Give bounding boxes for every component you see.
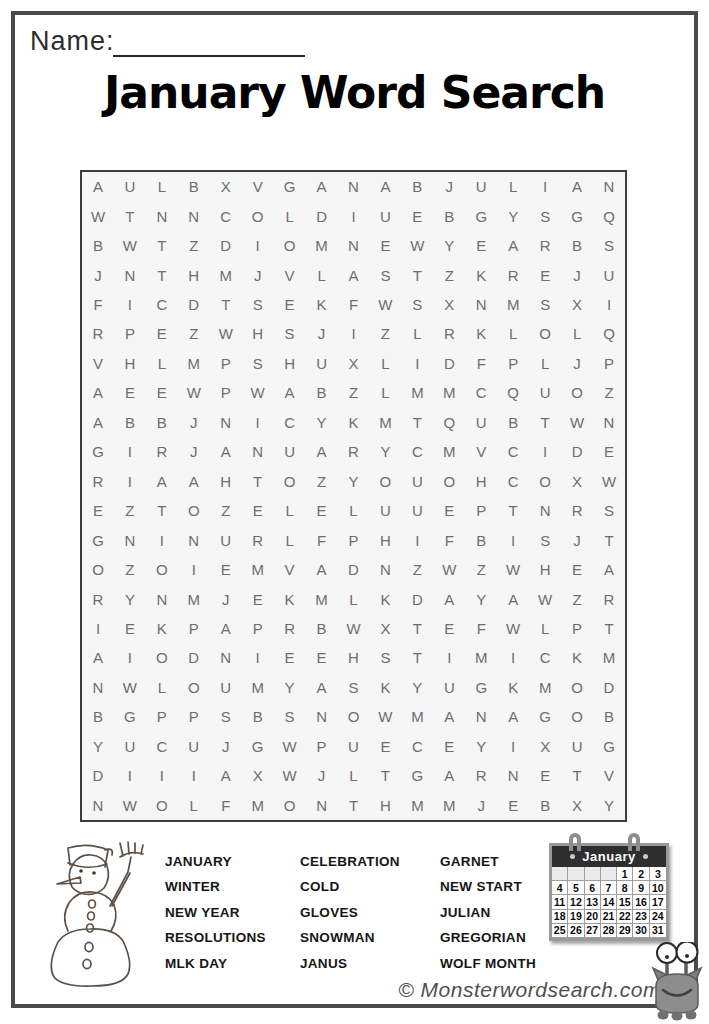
grid-cell: D [306, 201, 338, 230]
grid-cell: A [306, 172, 338, 201]
calendar-day-cell: 2 [633, 867, 649, 881]
grid-cell: S [242, 290, 274, 319]
grid-cell: E [561, 555, 593, 584]
grid-cell: I [114, 437, 146, 466]
grid-cell: M [178, 349, 210, 378]
grid-cell: L [369, 378, 401, 407]
grid-cell: W [114, 231, 146, 260]
grid-cell: N [210, 643, 242, 672]
grid-cell: W [401, 231, 433, 260]
grid-cell: G [561, 201, 593, 230]
calendar-day-cell: 28 [601, 924, 617, 938]
word-item: COLD [300, 874, 400, 899]
grid-cell: O [242, 201, 274, 230]
word-list-col-1: JANUARYWINTERNEW YEARRESOLUTIONSMLK DAY [165, 849, 266, 976]
grid-cell: W [497, 555, 529, 584]
grid-cell: V [82, 349, 114, 378]
grid-cell: B [82, 702, 114, 731]
grid-cell: S [369, 260, 401, 289]
grid-cell: X [210, 172, 242, 201]
grid-cell: H [274, 349, 306, 378]
grid-cell: H [369, 525, 401, 554]
grid-cell: E [497, 791, 529, 820]
grid-cell: M [242, 673, 274, 702]
grid-cell: X [561, 791, 593, 820]
calendar-day-cell: 19 [568, 910, 584, 924]
word-item: NEW START [440, 874, 536, 899]
calendar-day-cell: 27 [585, 924, 601, 938]
grid-cell: M [433, 791, 465, 820]
grid-cell: N [82, 673, 114, 702]
grid-cell: G [465, 673, 497, 702]
grid-cell: E [242, 496, 274, 525]
grid-cell: I [593, 290, 625, 319]
grid-cell: U [561, 732, 593, 761]
grid-cell: X [369, 614, 401, 643]
grid-cell: D [178, 643, 210, 672]
grid-cell: S [529, 290, 561, 319]
grid-cell: A [497, 584, 529, 613]
grid-cell: L [338, 761, 370, 790]
grid-cell: B [433, 201, 465, 230]
grid-cell: U [210, 525, 242, 554]
grid-cell: B [306, 378, 338, 407]
grid-cell: F [306, 525, 338, 554]
grid-cell: S [274, 702, 306, 731]
grid-cell: S [529, 201, 561, 230]
grid-cell: L [497, 319, 529, 348]
calendar-day-cell: 3 [650, 867, 666, 881]
grid-cell: W [210, 319, 242, 348]
grid-cell: N [242, 437, 274, 466]
grid-cell: N [114, 525, 146, 554]
word-item: JANUS [300, 951, 400, 976]
grid-cell: U [433, 673, 465, 702]
grid-cell: A [497, 702, 529, 731]
grid-cell: I [114, 761, 146, 790]
grid-cell: E [210, 555, 242, 584]
word-item: GLOVES [300, 900, 400, 925]
grid-cell: A [82, 172, 114, 201]
grid-cell: U [114, 732, 146, 761]
grid-cell: V [593, 761, 625, 790]
grid-cell: F [465, 614, 497, 643]
grid-cell: B [561, 231, 593, 260]
grid-cell: I [433, 643, 465, 672]
grid-cell: J [82, 260, 114, 289]
grid-cell: H [242, 319, 274, 348]
grid-cell: N [465, 702, 497, 731]
grid-cell: O [561, 673, 593, 702]
grid-cell: E [306, 643, 338, 672]
grid-cell: O [178, 673, 210, 702]
grid-cell: H [338, 643, 370, 672]
calendar-days: 1234567891011121314151617181920212223242… [552, 867, 666, 938]
calendar-widget: January 12345678910111213141516171819202… [549, 843, 669, 941]
grid-cell: Y [465, 584, 497, 613]
grid-cell: A [593, 555, 625, 584]
grid-cell: N [465, 290, 497, 319]
grid-cell: B [178, 172, 210, 201]
grid-cell: P [210, 378, 242, 407]
grid-cell: D [593, 673, 625, 702]
grid-cell: L [306, 260, 338, 289]
grid-cell: N [497, 761, 529, 790]
grid-cell: I [82, 614, 114, 643]
grid-cell: B [114, 408, 146, 437]
grid-cell: M [306, 584, 338, 613]
grid-cell: G [593, 732, 625, 761]
grid-cell: M [497, 290, 529, 319]
grid-cell: Y [433, 231, 465, 260]
grid-cell: N [306, 702, 338, 731]
word-item: GARNET [440, 849, 536, 874]
ring-hole-icon [643, 854, 648, 859]
grid-cell: E [401, 201, 433, 230]
grid-cell: C [529, 643, 561, 672]
grid-cell: W [433, 555, 465, 584]
grid-cell: P [178, 702, 210, 731]
grid-cell: E [369, 231, 401, 260]
grid-cell: G [529, 702, 561, 731]
grid-cell: Z [114, 496, 146, 525]
grid-cell: A [433, 761, 465, 790]
grid-cell: W [242, 378, 274, 407]
grid-cell: S [593, 231, 625, 260]
calendar-month-label: January [582, 849, 635, 864]
grid-cell: Z [306, 467, 338, 496]
grid-cell: R [82, 584, 114, 613]
grid-cell: D [561, 437, 593, 466]
grid-cell: W [561, 408, 593, 437]
grid-cell: L [338, 584, 370, 613]
grid-cell: Z [178, 319, 210, 348]
grid-cell: A [433, 584, 465, 613]
grid-cell: C [146, 732, 178, 761]
grid-cell: O [146, 791, 178, 820]
grid-cell: Y [274, 673, 306, 702]
calendar-day-cell: 23 [633, 910, 649, 924]
grid-cell: O [274, 231, 306, 260]
grid-cell: T [401, 408, 433, 437]
grid-cell: A [82, 378, 114, 407]
grid-cell: W [369, 290, 401, 319]
grid-cell: E [433, 732, 465, 761]
grid-cell: C [465, 378, 497, 407]
grid-cell: I [497, 732, 529, 761]
grid-cell: M [401, 791, 433, 820]
grid-cell: O [433, 467, 465, 496]
grid-cell: L [178, 791, 210, 820]
grid-cell: C [146, 290, 178, 319]
word-search-grid: AULBXVGANABJULIANWTNNCOLDIUEBGYSGQBWTZDI… [80, 170, 627, 822]
binder-ring-icon [569, 833, 581, 851]
grid-cell: D [178, 290, 210, 319]
grid-cell: T [529, 408, 561, 437]
grid-cell: N [338, 231, 370, 260]
ring-hole-icon [570, 854, 575, 859]
grid-cell: A [178, 467, 210, 496]
grid-cell: K [306, 290, 338, 319]
calendar-day-cell: 25 [552, 924, 568, 938]
grid-cell: B [242, 702, 274, 731]
grid-cell: A [433, 702, 465, 731]
grid-cell: M [242, 791, 274, 820]
grid-cell: S [593, 496, 625, 525]
calendar-day-cell: 13 [585, 895, 601, 909]
monster-mascot [646, 942, 708, 1022]
calendar-day-cell: 14 [601, 895, 617, 909]
grid-cell: C [497, 467, 529, 496]
grid-cell: B [497, 408, 529, 437]
grid-cell: S [274, 319, 306, 348]
grid-cell: N [178, 201, 210, 230]
calendar-day-cell: 15 [617, 895, 633, 909]
calendar-day-cell: 10 [650, 881, 666, 895]
grid-cell: C [210, 201, 242, 230]
grid-cell: L [274, 201, 306, 230]
calendar-day-cell: 7 [601, 881, 617, 895]
calendar-day-cell: 6 [585, 881, 601, 895]
grid-cell: A [338, 260, 370, 289]
grid-cell: K [465, 319, 497, 348]
grid-cell: B [465, 525, 497, 554]
grid-cell: D [433, 349, 465, 378]
calendar-day-cell: 8 [617, 881, 633, 895]
grid-cell: U [401, 496, 433, 525]
word-item: JULIAN [440, 900, 536, 925]
calendar-day-cell: 26 [568, 924, 584, 938]
grid-cell: X [338, 349, 370, 378]
grid-cell: L [146, 673, 178, 702]
calendar-day-cell: 5 [568, 881, 584, 895]
word-item: WINTER [165, 874, 266, 899]
grid-cell: E [529, 761, 561, 790]
grid-cell: P [338, 525, 370, 554]
grid-cell: E [433, 614, 465, 643]
grid-cell: J [178, 437, 210, 466]
grid-cell: A [210, 614, 242, 643]
grid-cell: J [465, 791, 497, 820]
grid-cell: O [529, 319, 561, 348]
grid-cell: O [146, 555, 178, 584]
calendar-day-cell: 4 [552, 881, 568, 895]
grid-cell: W [114, 673, 146, 702]
grid-cell: R [242, 525, 274, 554]
grid-cell: W [369, 702, 401, 731]
grid-cell: E [242, 584, 274, 613]
grid-cell: H [210, 467, 242, 496]
grid-cell: J [306, 761, 338, 790]
grid-cell: N [529, 496, 561, 525]
name-row: Name: [30, 26, 115, 57]
grid-cell: R [274, 614, 306, 643]
grid-cell: U [338, 732, 370, 761]
grid-cell: R [146, 437, 178, 466]
grid-cell: N [593, 408, 625, 437]
grid-cell: V [274, 260, 306, 289]
grid-cell: O [146, 643, 178, 672]
calendar-day-cell: 20 [585, 910, 601, 924]
grid-cell: J [178, 408, 210, 437]
calendar-empty-cell [552, 867, 568, 881]
grid-cell: E [274, 643, 306, 672]
word-item: SNOWMAN [300, 925, 400, 950]
grid-cell: I [114, 643, 146, 672]
grid-cell: K [561, 643, 593, 672]
grid-cell: W [274, 732, 306, 761]
grid-cell: S [401, 290, 433, 319]
calendar-day-cell: 29 [617, 924, 633, 938]
grid-cell: E [82, 496, 114, 525]
grid-cell: R [561, 496, 593, 525]
grid-cell: N [146, 201, 178, 230]
grid-cell: G [82, 525, 114, 554]
word-item: CELEBRATION [300, 849, 400, 874]
grid-cell: Z [369, 319, 401, 348]
grid-cell: G [242, 732, 274, 761]
grid-cell: R [497, 260, 529, 289]
grid-cell: Y [465, 732, 497, 761]
word-item: RESOLUTIONS [165, 925, 266, 950]
grid-cell: T [401, 614, 433, 643]
grid-cell: U [178, 732, 210, 761]
grid-cell: I [497, 525, 529, 554]
grid-cell: R [529, 231, 561, 260]
grid-cell: Z [178, 231, 210, 260]
grid-cell: P [146, 702, 178, 731]
grid-cell: C [401, 437, 433, 466]
calendar-day-cell: 24 [650, 910, 666, 924]
grid-cell: D [82, 761, 114, 790]
grid-cell: B [82, 231, 114, 260]
grid-cell: O [178, 496, 210, 525]
grid-cell: A [497, 231, 529, 260]
grid-cell: O [274, 791, 306, 820]
calendar-day-cell: 17 [650, 895, 666, 909]
grid-cell: Q [593, 319, 625, 348]
grid-cell: I [338, 319, 370, 348]
grid-cell: T [338, 791, 370, 820]
grid-cell: U [114, 172, 146, 201]
grid-cell: O [274, 467, 306, 496]
worksheet-page: Name: January Word Search AULBXVGANABJUL… [0, 0, 709, 1024]
grid-cell: P [306, 732, 338, 761]
grid-cell: L [146, 172, 178, 201]
grid-cell: M [433, 378, 465, 407]
grid-cell: L [274, 525, 306, 554]
grid-cell: U [369, 201, 401, 230]
calendar-empty-cell [601, 867, 617, 881]
grid-cell: X [529, 732, 561, 761]
word-item: NEW YEAR [165, 900, 266, 925]
grid-cell: A [561, 172, 593, 201]
grid-cell: R [82, 467, 114, 496]
grid-cell: T [242, 467, 274, 496]
calendar-day-cell: 9 [633, 881, 649, 895]
grid-cell: T [401, 260, 433, 289]
grid-cell: L [274, 496, 306, 525]
grid-cell: I [401, 525, 433, 554]
grid-cell: G [274, 172, 306, 201]
grid-cell: A [306, 437, 338, 466]
grid-cell: K [465, 260, 497, 289]
grid-cell: Z [561, 584, 593, 613]
grid-cell: E [114, 614, 146, 643]
grid-cell: D [401, 584, 433, 613]
grid-cell: T [146, 231, 178, 260]
grid-cell: T [369, 761, 401, 790]
grid-cell: U [529, 378, 561, 407]
grid-cell: G [82, 437, 114, 466]
grid-cell: I [242, 231, 274, 260]
grid-cell: W [497, 614, 529, 643]
grid-cell: L [369, 349, 401, 378]
grid-cell: M [369, 408, 401, 437]
grid-cell: J [561, 349, 593, 378]
grid-cell: H [178, 260, 210, 289]
grid-cell: S [529, 525, 561, 554]
grid-cell: U [210, 673, 242, 702]
grid-cell: N [306, 791, 338, 820]
grid-cell: R [433, 319, 465, 348]
grid-cell: U [306, 349, 338, 378]
word-item: GREGORIAN [440, 925, 536, 950]
grid-cell: R [338, 437, 370, 466]
grid-cell: M [593, 643, 625, 672]
grid-cell: U [274, 437, 306, 466]
grid-cell: Y [306, 408, 338, 437]
grid-cell: P [242, 614, 274, 643]
grid-cell: T [401, 643, 433, 672]
word-item: MLK DAY [165, 951, 266, 976]
grid-cell: J [210, 732, 242, 761]
grid-cell: Z [465, 555, 497, 584]
grid-cell: E [529, 260, 561, 289]
grid-cell: J [306, 319, 338, 348]
grid-cell: A [306, 673, 338, 702]
grid-cell: I [338, 201, 370, 230]
grid-cell: H [369, 791, 401, 820]
grid-cell: T [497, 496, 529, 525]
grid-cell: N [146, 584, 178, 613]
grid-cell: I [114, 467, 146, 496]
grid-cell: B [146, 408, 178, 437]
grid-cell: N [82, 791, 114, 820]
grid-cell: R [82, 319, 114, 348]
grid-cell: M [401, 702, 433, 731]
grid-cell: F [433, 525, 465, 554]
grid-cell: T [210, 290, 242, 319]
grid-cell: O [529, 467, 561, 496]
grid-cell: V [242, 172, 274, 201]
grid-cell: K [497, 673, 529, 702]
grid-cell: M [401, 378, 433, 407]
grid-cell: E [274, 290, 306, 319]
grid-cell: E [146, 319, 178, 348]
grid-cell: M [465, 643, 497, 672]
grid-cell: I [242, 643, 274, 672]
grid-cell: A [210, 437, 242, 466]
grid-cell: A [82, 643, 114, 672]
grid-cell: W [274, 761, 306, 790]
grid-cell: L [529, 614, 561, 643]
grid-cell: P [114, 319, 146, 348]
grid-cell: G [401, 761, 433, 790]
grid-cell: A [306, 555, 338, 584]
grid-cell: R [465, 761, 497, 790]
grid-cell: K [146, 614, 178, 643]
